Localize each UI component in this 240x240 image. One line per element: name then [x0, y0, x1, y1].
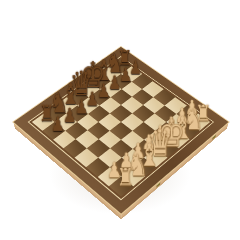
brass-hinge [212, 134, 216, 140]
product-photo: ♜♞♝♛♚♝♞♜♟♟♟♟♟♟♟♟♟♟♟♟♟♟♟♟♜♞♝♛♚♝♞♜ [0, 0, 240, 240]
white-rook: ♜ [109, 177, 133, 197]
black-pawn-glyph: ♟ [39, 114, 77, 134]
scene: ♜♞♝♛♚♝♞♜♟♟♟♟♟♟♟♟♟♟♟♟♟♟♟♟♜♞♝♛♚♝♞♜ [0, 0, 240, 240]
white-rook-glyph: ♜ [106, 166, 146, 191]
chessboard: ♜♞♝♛♚♝♞♜♟♟♟♟♟♟♟♟♟♟♟♟♟♟♟♟♜♞♝♛♚♝♞♜ [12, 46, 230, 215]
black-pawn: ♟ [42, 122, 65, 139]
brass-hinge [157, 182, 161, 188]
